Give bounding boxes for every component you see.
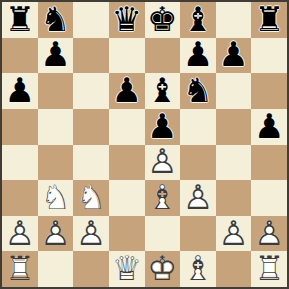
square-f4[interactable] <box>180 145 216 181</box>
square-e2[interactable] <box>145 216 181 252</box>
square-g3[interactable] <box>216 180 252 216</box>
square-e5[interactable]: ♟ <box>145 109 181 145</box>
piece-black-pawn: ♟ <box>2 73 38 109</box>
piece-white-king: ♚♔ <box>145 251 181 287</box>
square-c3[interactable]: ♞♘ <box>73 180 109 216</box>
square-h5[interactable]: ♟ <box>251 109 287 145</box>
piece-white-bishop: ♝♗ <box>180 251 216 287</box>
piece-white-pawn: ♟♙ <box>145 145 181 181</box>
square-a8[interactable]: ♜ <box>2 2 38 38</box>
square-d3[interactable] <box>109 180 145 216</box>
square-a3[interactable] <box>2 180 38 216</box>
square-f3[interactable]: ♟♙ <box>180 180 216 216</box>
square-d5[interactable] <box>109 109 145 145</box>
square-f2[interactable] <box>180 216 216 252</box>
square-e3[interactable]: ♝♗ <box>145 180 181 216</box>
square-f1[interactable]: ♝♗ <box>180 251 216 287</box>
square-f6[interactable]: ♞ <box>180 73 216 109</box>
square-g2[interactable]: ♟♙ <box>216 216 252 252</box>
piece-white-pawn: ♟♙ <box>180 180 216 216</box>
piece-white-knight: ♞♘ <box>38 180 74 216</box>
square-h2[interactable]: ♟♙ <box>251 216 287 252</box>
piece-black-knight: ♞ <box>38 2 74 38</box>
piece-black-pawn: ♟ <box>216 38 252 74</box>
square-g6[interactable] <box>216 73 252 109</box>
square-g1[interactable] <box>216 251 252 287</box>
square-g4[interactable] <box>216 145 252 181</box>
piece-white-pawn: ♟♙ <box>73 216 109 252</box>
square-b3[interactable]: ♞♘ <box>38 180 74 216</box>
piece-black-rook: ♜ <box>251 2 287 38</box>
square-f5[interactable] <box>180 109 216 145</box>
square-c2[interactable]: ♟♙ <box>73 216 109 252</box>
square-h7[interactable] <box>251 38 287 74</box>
square-b5[interactable] <box>38 109 74 145</box>
piece-black-pawn: ♟ <box>38 38 74 74</box>
piece-white-rook: ♜♖ <box>251 251 287 287</box>
piece-black-rook: ♜ <box>2 2 38 38</box>
chess-board: ♜♞♛♚♝♜♟♟♟♟♟♝♞♟♟♟♙♞♘♞♘♝♗♟♙♟♙♟♙♟♙♟♙♟♙♜♖♛♕♚… <box>0 0 289 289</box>
piece-black-queen: ♛ <box>109 2 145 38</box>
square-e8[interactable]: ♚ <box>145 2 181 38</box>
square-a5[interactable] <box>2 109 38 145</box>
square-b4[interactable] <box>38 145 74 181</box>
square-e7[interactable] <box>145 38 181 74</box>
square-g8[interactable] <box>216 2 252 38</box>
square-b7[interactable]: ♟ <box>38 38 74 74</box>
square-b1[interactable] <box>38 251 74 287</box>
square-b8[interactable]: ♞ <box>38 2 74 38</box>
square-h4[interactable] <box>251 145 287 181</box>
square-a6[interactable]: ♟ <box>2 73 38 109</box>
piece-white-pawn: ♟♙ <box>251 216 287 252</box>
square-g5[interactable] <box>216 109 252 145</box>
piece-white-rook: ♜♖ <box>2 251 38 287</box>
square-c6[interactable] <box>73 73 109 109</box>
square-a1[interactable]: ♜♖ <box>2 251 38 287</box>
square-d8[interactable]: ♛ <box>109 2 145 38</box>
square-c8[interactable] <box>73 2 109 38</box>
piece-white-pawn: ♟♙ <box>216 216 252 252</box>
square-h3[interactable] <box>251 180 287 216</box>
square-a7[interactable] <box>2 38 38 74</box>
square-c7[interactable] <box>73 38 109 74</box>
square-c1[interactable] <box>73 251 109 287</box>
square-b2[interactable]: ♟♙ <box>38 216 74 252</box>
square-d7[interactable] <box>109 38 145 74</box>
square-f7[interactable]: ♟ <box>180 38 216 74</box>
piece-white-queen: ♛♕ <box>109 251 145 287</box>
square-a2[interactable]: ♟♙ <box>2 216 38 252</box>
square-h8[interactable]: ♜ <box>251 2 287 38</box>
square-g7[interactable]: ♟ <box>216 38 252 74</box>
square-d4[interactable] <box>109 145 145 181</box>
piece-black-king: ♚ <box>145 2 181 38</box>
square-c4[interactable] <box>73 145 109 181</box>
square-f8[interactable]: ♝ <box>180 2 216 38</box>
square-h6[interactable] <box>251 73 287 109</box>
square-d6[interactable]: ♟ <box>109 73 145 109</box>
piece-black-knight: ♞ <box>180 73 216 109</box>
piece-black-pawn: ♟ <box>251 109 287 145</box>
square-c5[interactable] <box>73 109 109 145</box>
square-b6[interactable] <box>38 73 74 109</box>
piece-black-pawn: ♟ <box>109 73 145 109</box>
square-d1[interactable]: ♛♕ <box>109 251 145 287</box>
piece-black-bishop: ♝ <box>145 73 181 109</box>
piece-white-pawn: ♟♙ <box>2 216 38 252</box>
square-d2[interactable] <box>109 216 145 252</box>
piece-white-pawn: ♟♙ <box>38 216 74 252</box>
square-e4[interactable]: ♟♙ <box>145 145 181 181</box>
square-e6[interactable]: ♝ <box>145 73 181 109</box>
square-h1[interactable]: ♜♖ <box>251 251 287 287</box>
piece-black-pawn: ♟ <box>180 38 216 74</box>
piece-white-bishop: ♝♗ <box>145 180 181 216</box>
piece-black-pawn: ♟ <box>145 109 181 145</box>
piece-black-bishop: ♝ <box>180 2 216 38</box>
square-e1[interactable]: ♚♔ <box>145 251 181 287</box>
piece-white-knight: ♞♘ <box>73 180 109 216</box>
square-a4[interactable] <box>2 145 38 181</box>
